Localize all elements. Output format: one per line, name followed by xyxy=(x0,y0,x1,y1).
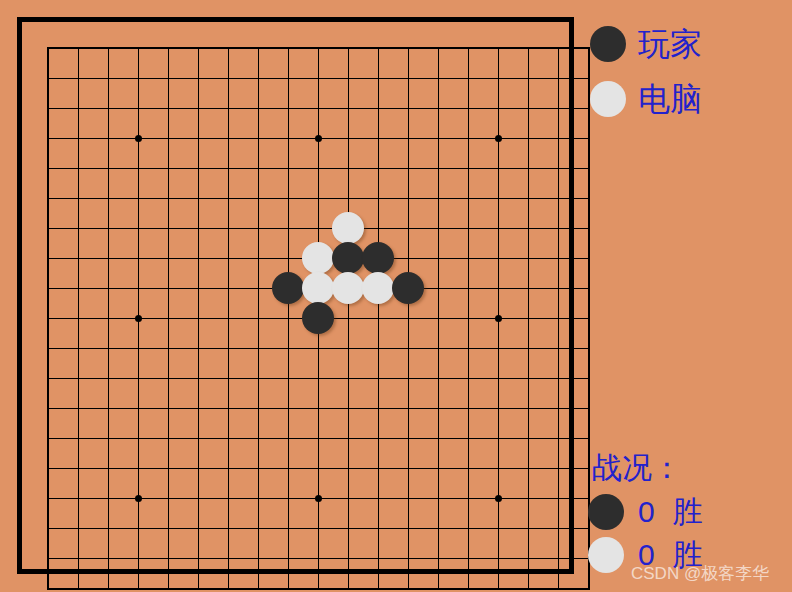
black-stone-icon xyxy=(588,494,624,530)
legend-computer-label: 电脑 xyxy=(638,81,702,117)
star-point xyxy=(495,315,502,322)
white-stone xyxy=(332,212,364,244)
black-stone xyxy=(362,242,394,274)
white-stone xyxy=(332,272,364,304)
white-stone xyxy=(362,272,394,304)
white-stone-icon xyxy=(588,537,624,573)
star-point xyxy=(135,315,142,322)
star-point xyxy=(495,495,502,502)
star-point xyxy=(135,135,142,142)
black-stone xyxy=(392,272,424,304)
watermark: CSDN @极客李华 xyxy=(631,562,769,585)
legend-player: 玩家 xyxy=(590,26,702,62)
black-stone-icon xyxy=(590,26,626,62)
legend-computer: 电脑 xyxy=(590,81,702,117)
white-stone xyxy=(302,242,334,274)
black-win-label: 胜 xyxy=(673,494,703,530)
white-stone-icon xyxy=(590,81,626,117)
black-stone xyxy=(302,302,334,334)
white-stone xyxy=(302,272,334,304)
board-grid[interactable] xyxy=(48,48,589,589)
board-frame xyxy=(17,17,574,574)
gomoku-app: 玩家 电脑 战况： 0 胜 0 胜 CSDN @极客李华 xyxy=(0,0,792,592)
star-point xyxy=(315,495,322,502)
black-stone xyxy=(332,242,364,274)
star-point xyxy=(135,495,142,502)
black-stone xyxy=(272,272,304,304)
score-row-black: 0 胜 xyxy=(588,494,703,530)
scoreboard-title: 战况： xyxy=(592,448,682,489)
star-point xyxy=(315,135,322,142)
legend-player-label: 玩家 xyxy=(638,26,702,62)
black-win-count: 0 xyxy=(638,494,655,530)
star-point xyxy=(495,135,502,142)
